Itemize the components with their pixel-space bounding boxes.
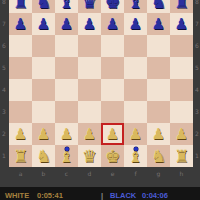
square-a5[interactable]	[9, 57, 32, 79]
rank-label-3: 3	[1, 108, 7, 116]
square-a6[interactable]	[9, 35, 32, 57]
square-d8[interactable]: ♛	[78, 0, 101, 13]
black-king: ♚	[101, 0, 124, 13]
square-a4[interactable]	[9, 79, 32, 101]
square-d2[interactable]: ♟	[78, 123, 101, 145]
square-h2[interactable]: ♟	[170, 123, 193, 145]
square-h5[interactable]	[170, 57, 193, 79]
black-knight: ♞	[147, 0, 170, 13]
square-f8[interactable]: ♝	[124, 0, 147, 13]
square-h3[interactable]	[170, 101, 193, 123]
white-pawn: ♟	[124, 123, 147, 145]
square-f1[interactable]: ♝	[124, 145, 147, 167]
square-d5[interactable]	[78, 57, 101, 79]
black-knight: ♞	[32, 0, 55, 13]
square-b4[interactable]	[32, 79, 55, 101]
rank-label-1: 1	[194, 152, 200, 160]
square-a8[interactable]: ♜	[9, 0, 32, 13]
square-b3[interactable]	[32, 101, 55, 123]
square-b1[interactable]: ♞	[32, 145, 55, 167]
black-pawn: ♟	[101, 13, 124, 35]
black-bishop: ♝	[55, 0, 78, 13]
black-pawn: ♟	[170, 13, 193, 35]
square-e4[interactable]	[101, 79, 124, 101]
square-f7[interactable]: ♟	[124, 13, 147, 35]
black-pawn: ♟	[9, 13, 32, 35]
file-label-h: h	[170, 170, 193, 178]
black-clock: 0:04:06	[142, 191, 168, 200]
white-pawn: ♟	[55, 123, 78, 145]
square-c1[interactable]: ♝	[55, 145, 78, 167]
black-rook: ♜	[170, 0, 193, 13]
square-f5[interactable]	[124, 57, 147, 79]
white-pawn: ♟	[9, 123, 32, 145]
white-rook: ♜	[170, 145, 193, 167]
rank-label-8: 8	[194, 0, 200, 6]
file-label-c: c	[55, 170, 78, 178]
square-b8[interactable]: ♞	[32, 0, 55, 13]
square-c8[interactable]: ♝	[55, 0, 78, 13]
square-b6[interactable]	[32, 35, 55, 57]
square-a3[interactable]	[9, 101, 32, 123]
board-frame: ♜♞♝♛♚♝♞♜♟♟♟♟♟♟♟♟♟♟♟♟♟♟♟♟♜♞♝♛♚♝♞♜ 8765432…	[0, 0, 200, 178]
square-g4[interactable]	[147, 79, 170, 101]
square-b7[interactable]: ♟	[32, 13, 55, 35]
black-pawn: ♟	[32, 13, 55, 35]
black-pawn: ♟	[124, 13, 147, 35]
rank-label-4: 4	[1, 86, 7, 94]
white-king: ♚	[101, 145, 124, 167]
rank-label-3: 3	[194, 108, 200, 116]
chess-board: ♜♞♝♛♚♝♞♜♟♟♟♟♟♟♟♟♟♟♟♟♟♟♟♟♜♞♝♛♚♝♞♜	[9, 0, 193, 167]
status-bar: WHITE 0:05:41 | BLACK 0:04:06	[0, 187, 200, 200]
white-pawn: ♟	[170, 123, 193, 145]
square-c6[interactable]	[55, 35, 78, 57]
rank-label-8: 8	[1, 0, 7, 6]
square-g1[interactable]: ♞	[147, 145, 170, 167]
square-e5[interactable]	[101, 57, 124, 79]
square-c3[interactable]	[55, 101, 78, 123]
rank-label-5: 5	[1, 64, 7, 72]
black-player-label: BLACK	[110, 191, 136, 200]
square-g6[interactable]	[147, 35, 170, 57]
rank-label-4: 4	[194, 86, 200, 94]
square-h4[interactable]	[170, 79, 193, 101]
white-clock: 0:05:41	[37, 191, 63, 200]
white-bishop: ♝	[55, 145, 78, 167]
square-a7[interactable]: ♟	[9, 13, 32, 35]
rank-label-6: 6	[194, 42, 200, 50]
square-e1[interactable]: ♚	[101, 145, 124, 167]
white-player-label: WHITE	[5, 191, 29, 200]
square-d4[interactable]	[78, 79, 101, 101]
chess-app-window: ♜♞♝♛♚♝♞♜♟♟♟♟♟♟♟♟♟♟♟♟♟♟♟♟♜♞♝♛♚♝♞♜ 8765432…	[0, 0, 200, 200]
white-pawn: ♟	[78, 123, 101, 145]
white-rook: ♜	[9, 145, 32, 167]
square-c5[interactable]	[55, 57, 78, 79]
square-d6[interactable]	[78, 35, 101, 57]
rank-label-6: 6	[1, 42, 7, 50]
square-g3[interactable]	[147, 101, 170, 123]
black-queen: ♛	[78, 0, 101, 13]
file-label-f: f	[124, 170, 147, 178]
white-pawn: ♟	[147, 123, 170, 145]
white-pawn: ♟	[32, 123, 55, 145]
black-rook: ♜	[9, 0, 32, 13]
white-knight: ♞	[147, 145, 170, 167]
square-e3[interactable]	[101, 101, 124, 123]
square-c4[interactable]	[55, 79, 78, 101]
square-h7[interactable]: ♟	[170, 13, 193, 35]
rank-label-2: 2	[1, 130, 7, 138]
square-e7[interactable]: ♟	[101, 13, 124, 35]
rank-label-7: 7	[1, 20, 7, 28]
rank-label-1: 1	[1, 152, 7, 160]
square-h8[interactable]: ♜	[170, 0, 193, 13]
file-label-d: d	[78, 170, 101, 178]
white-pawn: ♟	[101, 123, 124, 145]
black-bishop: ♝	[124, 0, 147, 13]
rank-label-5: 5	[194, 64, 200, 72]
rank-label-2: 2	[194, 130, 200, 138]
square-f3[interactable]	[124, 101, 147, 123]
square-e6[interactable]	[101, 35, 124, 57]
square-h6[interactable]	[170, 35, 193, 57]
file-label-e: e	[101, 170, 124, 178]
square-c7[interactable]: ♟	[55, 13, 78, 35]
square-h1[interactable]: ♜	[170, 145, 193, 167]
square-f6[interactable]	[124, 35, 147, 57]
square-d1[interactable]: ♛	[78, 145, 101, 167]
square-b5[interactable]	[32, 57, 55, 79]
square-c2[interactable]: ♟	[55, 123, 78, 145]
file-label-b: b	[32, 170, 55, 178]
square-a2[interactable]: ♟	[9, 123, 32, 145]
black-pawn: ♟	[55, 13, 78, 35]
square-f4[interactable]	[124, 79, 147, 101]
black-pawn: ♟	[147, 13, 170, 35]
black-pawn: ♟	[78, 13, 101, 35]
file-label-g: g	[147, 170, 170, 178]
square-d7[interactable]: ♟	[78, 13, 101, 35]
white-knight: ♞	[32, 145, 55, 167]
square-g8[interactable]: ♞	[147, 0, 170, 13]
white-queen: ♛	[78, 145, 101, 167]
square-e8[interactable]: ♚	[101, 0, 124, 13]
clock-separator: |	[101, 191, 103, 200]
white-bishop: ♝	[124, 145, 147, 167]
file-label-a: a	[9, 170, 32, 178]
square-a1[interactable]: ♜	[9, 145, 32, 167]
square-e2[interactable]: ♟	[101, 123, 124, 145]
square-g7[interactable]: ♟	[147, 13, 170, 35]
square-d3[interactable]	[78, 101, 101, 123]
square-f2[interactable]: ♟	[124, 123, 147, 145]
square-g2[interactable]: ♟	[147, 123, 170, 145]
square-g5[interactable]	[147, 57, 170, 79]
rank-label-7: 7	[194, 20, 200, 28]
square-b2[interactable]: ♟	[32, 123, 55, 145]
